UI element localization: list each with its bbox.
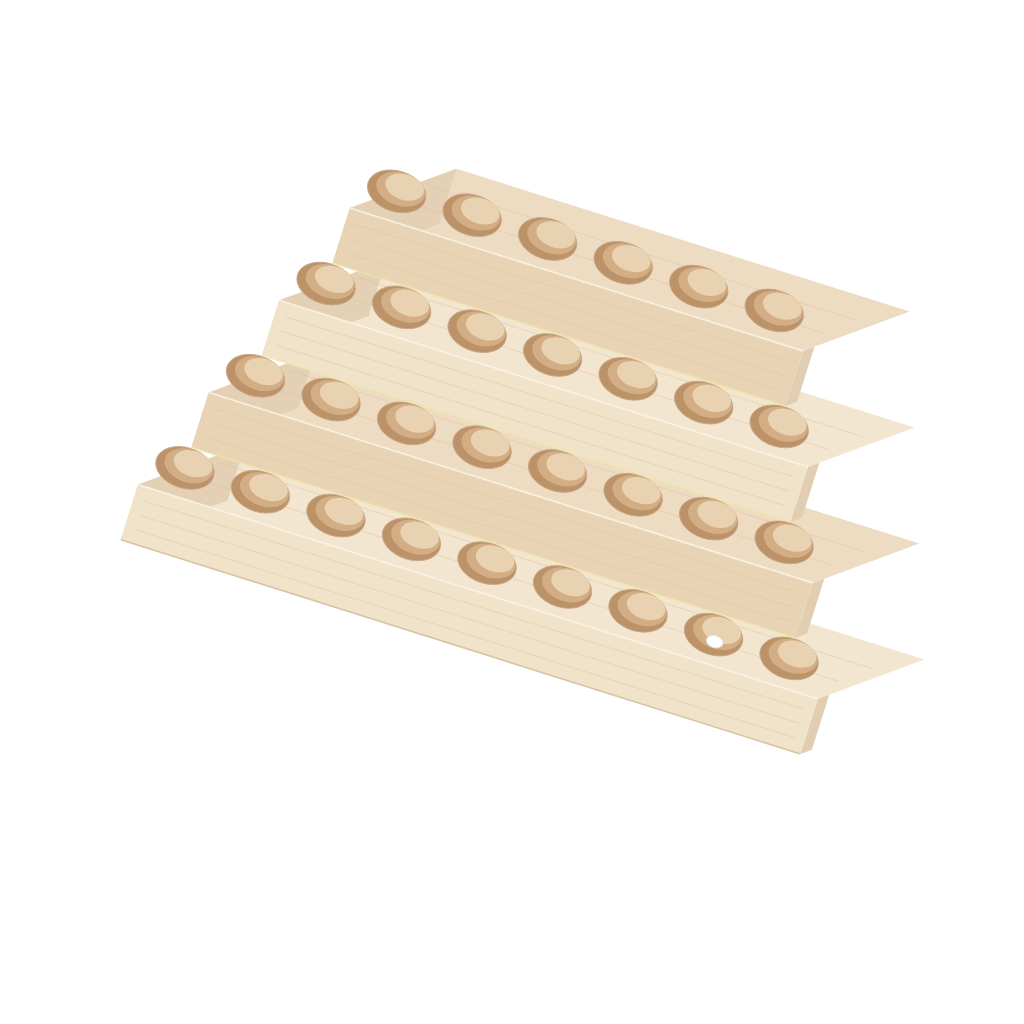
product-photo-svg [0,0,1024,1024]
product-photo [0,0,1024,1024]
